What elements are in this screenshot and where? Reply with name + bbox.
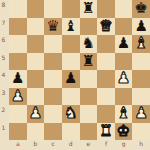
square-e7[interactable] — [80, 18, 98, 36]
square-c1[interactable] — [44, 123, 62, 141]
rank-label-8: 8 — [0, 0, 9, 18]
piece-white-pawn[interactable]: ♟ — [11, 88, 24, 103]
rank-labels: 87654321 — [0, 0, 9, 140]
piece-black-bishop[interactable]: ♝ — [64, 18, 77, 33]
square-a4[interactable]: ♟ — [9, 70, 27, 88]
square-b6[interactable] — [27, 35, 45, 53]
piece-black-rook[interactable]: ♜ — [82, 1, 95, 16]
piece-black-rook[interactable]: ♜ — [82, 53, 95, 68]
rank-label-6: 6 — [0, 35, 9, 53]
square-b4[interactable] — [27, 70, 45, 88]
square-a3[interactable]: ♟ — [9, 88, 27, 106]
square-b1[interactable] — [27, 123, 45, 141]
file-labels: abcdefgh — [9, 140, 150, 150]
file-label-b: b — [27, 140, 45, 150]
file-label-a: a — [9, 140, 27, 150]
square-b8[interactable] — [27, 0, 45, 18]
square-h5[interactable] — [132, 53, 150, 71]
rank-label-5: 5 — [0, 53, 9, 71]
square-e1[interactable] — [80, 123, 98, 141]
rank-label-1: 1 — [0, 123, 9, 141]
square-d3[interactable] — [62, 88, 80, 106]
square-b5[interactable] — [27, 53, 45, 71]
square-c8[interactable] — [44, 0, 62, 18]
square-a6[interactable] — [9, 35, 27, 53]
square-e2[interactable] — [80, 105, 98, 123]
square-d5[interactable] — [62, 53, 80, 71]
file-label-g: g — [115, 140, 133, 150]
square-g5[interactable] — [115, 53, 133, 71]
piece-white-bishop[interactable]: ♝ — [134, 36, 147, 51]
square-d8[interactable] — [62, 0, 80, 18]
square-b3[interactable] — [27, 88, 45, 106]
square-c5[interactable] — [44, 53, 62, 71]
square-a2[interactable] — [9, 105, 27, 123]
file-label-d: d — [62, 140, 80, 150]
square-g1[interactable]: ♚ — [115, 123, 133, 141]
chess-board: ♜♚♛♝♛♟♞♟♝♜♟♟♟♟♟♞♝♟♜♚ — [9, 0, 150, 140]
file-label-f: f — [97, 140, 115, 150]
square-g4[interactable]: ♟ — [115, 70, 133, 88]
square-f7[interactable]: ♛ — [97, 18, 115, 36]
rank-label-7: 7 — [0, 18, 9, 36]
square-d1[interactable] — [62, 123, 80, 141]
square-h4[interactable] — [132, 70, 150, 88]
chessboard-frame: 87654321 ♜♚♛♝♛♟♞♟♝♜♟♟♟♟♟♞♝♟♜♚ abcdefgh — [0, 0, 150, 150]
square-c4[interactable] — [44, 70, 62, 88]
file-label-c: c — [44, 140, 62, 150]
square-h7[interactable]: ♟ — [132, 18, 150, 36]
square-g8[interactable] — [115, 0, 133, 18]
square-e3[interactable] — [80, 88, 98, 106]
square-e5[interactable]: ♜ — [80, 53, 98, 71]
square-h2[interactable]: ♟ — [132, 105, 150, 123]
square-c3[interactable] — [44, 88, 62, 106]
square-c6[interactable] — [44, 35, 62, 53]
square-f6[interactable] — [97, 35, 115, 53]
piece-white-knight[interactable]: ♞ — [64, 106, 77, 121]
square-f2[interactable] — [97, 105, 115, 123]
rank-label-3: 3 — [0, 88, 9, 106]
square-a8[interactable] — [9, 0, 27, 18]
square-f4[interactable] — [97, 70, 115, 88]
piece-white-pawn[interactable]: ♟ — [29, 106, 42, 121]
square-e8[interactable]: ♜ — [80, 0, 98, 18]
square-d7[interactable]: ♝ — [62, 18, 80, 36]
piece-white-pawn[interactable]: ♟ — [117, 71, 130, 86]
file-label-e: e — [80, 140, 98, 150]
square-f8[interactable] — [97, 0, 115, 18]
piece-black-pawn[interactable]: ♟ — [117, 36, 130, 51]
square-g2[interactable]: ♝ — [115, 105, 133, 123]
square-f1[interactable]: ♜ — [97, 123, 115, 141]
square-g6[interactable]: ♟ — [115, 35, 133, 53]
piece-black-knight[interactable]: ♞ — [82, 36, 95, 51]
piece-black-pawn[interactable]: ♟ — [134, 18, 147, 33]
square-e6[interactable]: ♞ — [80, 35, 98, 53]
piece-white-rook[interactable]: ♜ — [99, 123, 112, 138]
square-a5[interactable] — [9, 53, 27, 71]
square-b2[interactable]: ♟ — [27, 105, 45, 123]
square-h6[interactable]: ♝ — [132, 35, 150, 53]
square-g7[interactable] — [115, 18, 133, 36]
piece-white-bishop[interactable]: ♝ — [117, 106, 130, 121]
rank-label-4: 4 — [0, 70, 9, 88]
square-a7[interactable] — [9, 18, 27, 36]
square-h3[interactable] — [132, 88, 150, 106]
square-h8[interactable]: ♚ — [132, 0, 150, 18]
file-label-h: h — [132, 140, 150, 150]
square-g3[interactable] — [115, 88, 133, 106]
square-d6[interactable] — [62, 35, 80, 53]
square-f5[interactable] — [97, 53, 115, 71]
square-f3[interactable] — [97, 88, 115, 106]
square-c7[interactable]: ♛ — [44, 18, 62, 36]
square-b7[interactable] — [27, 18, 45, 36]
square-e4[interactable] — [80, 70, 98, 88]
square-d4[interactable]: ♟ — [62, 70, 80, 88]
piece-black-pawn[interactable]: ♟ — [64, 71, 77, 86]
piece-black-pawn[interactable]: ♟ — [11, 71, 24, 86]
piece-white-pawn[interactable]: ♟ — [134, 106, 147, 121]
square-h1[interactable] — [132, 123, 150, 141]
piece-black-king[interactable]: ♚ — [134, 1, 147, 16]
piece-white-queen[interactable]: ♛ — [99, 18, 112, 33]
piece-black-queen[interactable]: ♛ — [46, 18, 59, 33]
rank-label-2: 2 — [0, 105, 9, 123]
piece-white-king[interactable]: ♚ — [117, 123, 130, 138]
square-a1[interactable] — [9, 123, 27, 141]
square-d2[interactable]: ♞ — [62, 105, 80, 123]
square-c2[interactable] — [44, 105, 62, 123]
